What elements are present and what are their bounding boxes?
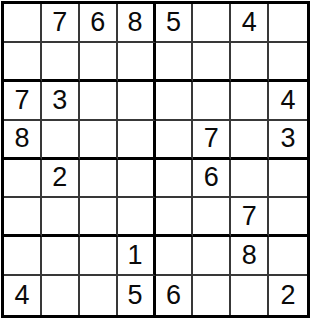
cell-r1c4-given-digit: 8 [118,4,156,43]
cell-r8c8-given-digit: 2 [269,276,307,315]
cell-r3c6-empty[interactable] [193,82,231,121]
cell-r7c3-empty[interactable] [80,237,118,276]
cell-r7c2-empty[interactable] [42,237,80,276]
cell-r8c6-empty[interactable] [193,276,231,315]
cell-r5c8-empty[interactable] [269,160,307,199]
cell-r4c8-given-digit: 3 [269,121,307,160]
cell-r1c7-given-digit: 4 [231,4,269,43]
cell-r7c1-empty[interactable] [4,237,42,276]
cell-r2c7-empty[interactable] [231,43,269,82]
cell-r2c6-empty[interactable] [193,43,231,82]
cell-r2c3-empty[interactable] [80,43,118,82]
cell-r3c1-given-digit: 7 [4,82,42,121]
cell-r7c7-given-digit: 8 [231,237,269,276]
cell-r8c5-given-digit: 6 [156,276,194,315]
cell-r6c3-empty[interactable] [80,198,118,237]
cell-r2c1-empty[interactable] [4,43,42,82]
cell-r1c3-given-digit: 6 [80,4,118,43]
cell-r3c3-empty[interactable] [80,82,118,121]
cell-r4c7-empty[interactable] [231,121,269,160]
cell-r3c7-empty[interactable] [231,82,269,121]
cell-r8c3-empty[interactable] [80,276,118,315]
cell-r6c8-empty[interactable] [269,198,307,237]
cell-r4c1-given-digit: 8 [4,121,42,160]
cell-r1c5-given-digit: 5 [156,4,194,43]
cell-r8c2-empty[interactable] [42,276,80,315]
cell-r2c4-empty[interactable] [118,43,156,82]
cell-r5c2-given-digit: 2 [42,160,80,199]
cell-r3c2-given-digit: 3 [42,82,80,121]
cell-r4c4-empty[interactable] [118,121,156,160]
cell-r4c2-empty[interactable] [42,121,80,160]
cell-r5c7-empty[interactable] [231,160,269,199]
cell-r3c4-empty[interactable] [118,82,156,121]
cell-r8c1-given-digit: 4 [4,276,42,315]
cell-r7c4-given-digit: 1 [118,237,156,276]
cell-r1c8-empty[interactable] [269,4,307,43]
cell-r3c5-empty[interactable] [156,82,194,121]
cell-r5c3-empty[interactable] [80,160,118,199]
sudoku-board: 76854734873267184562 [1,1,310,318]
cell-r1c2-given-digit: 7 [42,4,80,43]
cell-r6c6-empty[interactable] [193,198,231,237]
cell-r7c8-empty[interactable] [269,237,307,276]
cell-r6c4-empty[interactable] [118,198,156,237]
cell-r7c6-empty[interactable] [193,237,231,276]
cell-r4c5-empty[interactable] [156,121,194,160]
cell-r6c5-empty[interactable] [156,198,194,237]
cell-r5c4-empty[interactable] [118,160,156,199]
cell-r7c5-empty[interactable] [156,237,194,276]
cell-r2c2-empty[interactable] [42,43,80,82]
cell-r5c5-empty[interactable] [156,160,194,199]
cell-r1c1-empty[interactable] [4,4,42,43]
cell-r2c8-empty[interactable] [269,43,307,82]
cell-r5c6-given-digit: 6 [193,160,231,199]
cell-r3c8-given-digit: 4 [269,82,307,121]
cell-r8c7-empty[interactable] [231,276,269,315]
cell-r8c4-given-digit: 5 [118,276,156,315]
cell-r1c6-empty[interactable] [193,4,231,43]
cell-r4c3-empty[interactable] [80,121,118,160]
cell-r2c5-empty[interactable] [156,43,194,82]
cell-r6c2-empty[interactable] [42,198,80,237]
cell-r4c6-given-digit: 7 [193,121,231,160]
cell-r6c7-given-digit: 7 [231,198,269,237]
cell-r6c1-empty[interactable] [4,198,42,237]
cell-r5c1-empty[interactable] [4,160,42,199]
